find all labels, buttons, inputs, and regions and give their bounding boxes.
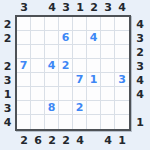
cell-r7c7[interactable] [101, 101, 115, 115]
cell-r1c3[interactable] [45, 17, 59, 31]
cell-r1c2[interactable] [31, 17, 45, 31]
clue-left-7: 3 [0, 101, 15, 115]
clue-right-3: 2 [132, 45, 148, 59]
cell-r1c4[interactable] [59, 17, 73, 31]
cell-r2c1[interactable] [17, 31, 31, 45]
clue-left-4: 2 [0, 59, 15, 73]
clue-left-1: 2 [0, 17, 15, 31]
clue-bottom-1: 2 [17, 132, 31, 148]
cell-r7c3[interactable]: 8 [45, 101, 59, 115]
cell-r4c7[interactable] [101, 59, 115, 73]
clue-bottom-2: 6 [31, 132, 45, 148]
clue-left-5: 3 [0, 73, 15, 87]
clue-bottom-3: 2 [45, 132, 59, 148]
clue-left-8: 4 [0, 115, 15, 129]
cell-r3c2[interactable] [31, 45, 45, 59]
cell-r5c5[interactable]: 7 [73, 73, 87, 87]
cell-r1c7[interactable] [101, 17, 115, 31]
clue-right-2: 3 [132, 31, 148, 45]
cell-r7c6[interactable] [87, 101, 101, 115]
clue-top-7: 3 [101, 0, 115, 15]
clue-left-2: 2 [0, 31, 15, 45]
cell-r8c5[interactable] [73, 115, 87, 129]
cell-r6c5[interactable] [73, 87, 87, 101]
cell-r5c4[interactable] [59, 73, 73, 87]
cell-r3c4[interactable] [59, 45, 73, 59]
clue-right-6: 4 [132, 87, 148, 101]
clue-top-3: 4 [45, 0, 59, 15]
cell-r8c4[interactable] [59, 115, 73, 129]
cell-r2c4[interactable]: 6 [59, 31, 73, 45]
clue-left-6: 1 [0, 87, 15, 101]
cell-r1c6[interactable] [87, 17, 101, 31]
cell-r1c8[interactable] [115, 17, 129, 31]
skyscrapers-puzzle: 6474271382 3224623422322314342143434141 [0, 0, 150, 150]
cell-r4c4[interactable]: 2 [59, 59, 73, 73]
cell-r8c7[interactable] [101, 115, 115, 129]
cell-r3c3[interactable] [45, 45, 59, 59]
cell-r6c7[interactable] [101, 87, 115, 101]
cell-r6c1[interactable] [17, 87, 31, 101]
cell-r2c5[interactable] [73, 31, 87, 45]
cell-r5c6[interactable]: 1 [87, 73, 101, 87]
cell-r5c8[interactable]: 3 [115, 73, 129, 87]
cell-r4c2[interactable] [31, 59, 45, 73]
clue-top-4: 3 [59, 0, 73, 15]
cell-r4c8[interactable] [115, 59, 129, 73]
cell-r4c3[interactable]: 4 [45, 59, 59, 73]
cell-r7c1[interactable] [17, 101, 31, 115]
cell-r3c1[interactable] [17, 45, 31, 59]
cell-r3c6[interactable] [87, 45, 101, 59]
clue-bottom-8: 1 [115, 132, 129, 148]
cell-r8c2[interactable] [31, 115, 45, 129]
cell-r7c4[interactable] [59, 101, 73, 115]
clue-top-6: 2 [87, 0, 101, 15]
cell-r4c1[interactable]: 7 [17, 59, 31, 73]
clue-right-8: 1 [132, 115, 148, 129]
cell-r5c1[interactable] [17, 73, 31, 87]
cell-r4c5[interactable] [73, 59, 87, 73]
cell-r2c8[interactable] [115, 31, 129, 45]
cell-r2c6[interactable]: 4 [87, 31, 101, 45]
cell-r3c8[interactable] [115, 45, 129, 59]
clue-right-4: 3 [132, 59, 148, 73]
cell-r6c6[interactable] [87, 87, 101, 101]
cell-r8c1[interactable] [17, 115, 31, 129]
cell-r1c5[interactable] [73, 17, 87, 31]
clue-bottom-7: 4 [101, 132, 115, 148]
cell-r6c2[interactable] [31, 87, 45, 101]
board: 6474271382 [15, 15, 131, 131]
clue-bottom-4: 2 [59, 132, 73, 148]
cell-r6c4[interactable] [59, 87, 73, 101]
cell-r2c7[interactable] [101, 31, 115, 45]
clue-right-5: 4 [132, 73, 148, 87]
cell-r3c5[interactable] [73, 45, 87, 59]
cell-r5c2[interactable] [31, 73, 45, 87]
cell-r6c8[interactable] [115, 87, 129, 101]
cell-r2c3[interactable] [45, 31, 59, 45]
cell-r8c6[interactable] [87, 115, 101, 129]
cell-r6c3[interactable] [45, 87, 59, 101]
clue-top-1: 3 [17, 0, 31, 15]
clue-top-8: 4 [115, 0, 129, 15]
cell-r7c8[interactable] [115, 101, 129, 115]
cell-r5c3[interactable] [45, 73, 59, 87]
cell-r8c8[interactable] [115, 115, 129, 129]
clue-bottom-5: 4 [73, 132, 87, 148]
cell-r5c7[interactable] [101, 73, 115, 87]
cell-r4c6[interactable] [87, 59, 101, 73]
cell-r7c2[interactable] [31, 101, 45, 115]
clue-right-1: 4 [132, 17, 148, 31]
cell-r1c1[interactable] [17, 17, 31, 31]
cell-r8c3[interactable] [45, 115, 59, 129]
clue-top-5: 1 [73, 0, 87, 15]
cell-r3c7[interactable] [101, 45, 115, 59]
cell-r2c2[interactable] [31, 31, 45, 45]
cell-r7c5[interactable]: 2 [73, 101, 87, 115]
